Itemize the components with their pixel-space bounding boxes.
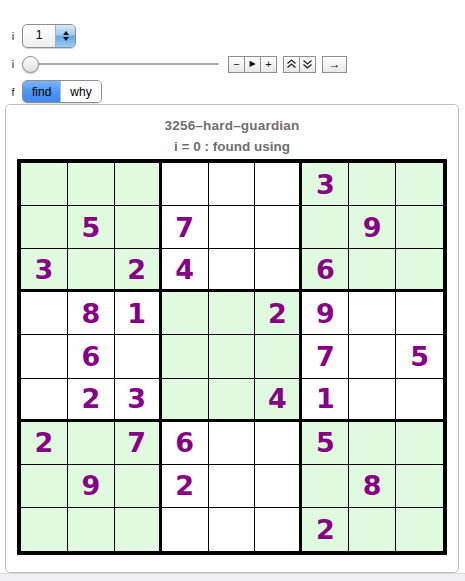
sudoku-cell-r5c7: 7: [302, 335, 349, 378]
sudoku-cell-r1c3: [115, 163, 162, 206]
sudoku-cell-r2c1: [21, 206, 68, 249]
mode-label: f: [10, 86, 16, 98]
faster-button[interactable]: [283, 56, 300, 73]
i-slider[interactable]: [22, 56, 219, 73]
sudoku-cell-r5c8: [349, 335, 396, 378]
sudoku-cell-r9c5: [209, 508, 256, 551]
why-button[interactable]: why: [60, 81, 100, 102]
sudoku-cell-r2c2: 5: [68, 206, 115, 249]
sudoku-cell-r5c4: [162, 335, 209, 378]
sudoku-cell-r7c8: [349, 422, 396, 465]
sudoku-cell-r5c1: [21, 335, 68, 378]
sudoku-cell-r9c8: [349, 508, 396, 551]
sudoku-cell-r8c2: 9: [68, 465, 115, 508]
sudoku-cell-r6c9: [396, 379, 443, 422]
sudoku-cell-r1c6: [255, 163, 302, 206]
sudoku-cell-r8c7: [302, 465, 349, 508]
sudoku-cell-r6c4: [162, 379, 209, 422]
sudoku-cell-r8c9: [396, 465, 443, 508]
iteration-dropdown-row: i 1: [10, 25, 76, 47]
sudoku-cell-r1c7: 3: [302, 163, 349, 206]
sudoku-cell-r5c3: [115, 335, 162, 378]
direction-button-group: →: [322, 56, 346, 73]
dropdown-stepper-icon[interactable]: [55, 25, 75, 47]
sudoku-cell-r8c8: 8: [349, 465, 396, 508]
sudoku-cell-r1c4: [162, 163, 209, 206]
sudoku-cell-r3c3: 2: [115, 249, 162, 292]
puzzle-title: 3256–hard–guardian: [6, 118, 458, 133]
direction-button[interactable]: →: [322, 56, 347, 73]
right-arrow-icon: →: [329, 58, 341, 70]
slider-thumb[interactable]: [22, 56, 39, 73]
sudoku-cell-r2c9: [396, 206, 443, 249]
sudoku-cell-r4c5: [209, 292, 256, 335]
sudoku-cell-r4c7: 9: [302, 292, 349, 335]
sudoku-cell-r7c1: 2: [21, 422, 68, 465]
sudoku-cell-r5c6: [255, 335, 302, 378]
sudoku-cell-r5c9: 5: [396, 335, 443, 378]
sudoku-cell-r3c1: 3: [21, 249, 68, 292]
sudoku-cell-r3c4: 4: [162, 249, 209, 292]
sudoku-cell-r3c5: [209, 249, 256, 292]
sudoku-cell-r4c4: [162, 292, 209, 335]
sudoku-cell-r1c5: [209, 163, 256, 206]
sudoku-cell-r3c8: [349, 249, 396, 292]
sudoku-cell-r3c2: [68, 249, 115, 292]
sudoku-cell-r6c5: [209, 379, 256, 422]
manipulate-app: i 1 i − ▶ +: [0, 0, 465, 581]
sudoku-cell-r4c2: 8: [68, 292, 115, 335]
sudoku-cell-r4c1: [21, 292, 68, 335]
sudoku-cell-r4c8: [349, 292, 396, 335]
sudoku-cell-r2c5: [209, 206, 256, 249]
step-back-button[interactable]: −: [228, 56, 245, 73]
sudoku-cell-r7c4: 6: [162, 422, 209, 465]
sudoku-cell-r6c1: [21, 379, 68, 422]
sudoku-cell-r1c2: [68, 163, 115, 206]
stepper-up-icon: [63, 31, 69, 35]
slider-track[interactable]: [22, 63, 219, 65]
sudoku-cell-r6c2: 2: [68, 379, 115, 422]
sudoku-board: 357932468129675234127659282: [17, 159, 447, 555]
step-forward-button[interactable]: +: [260, 56, 277, 73]
sudoku-cell-r9c3: [115, 508, 162, 551]
sudoku-cell-r9c1: [21, 508, 68, 551]
double-chevron-down-icon: [302, 59, 313, 69]
sudoku-cell-r6c6: 4: [255, 379, 302, 422]
sudoku-cell-r7c7: 5: [302, 422, 349, 465]
slower-button[interactable]: [299, 56, 316, 73]
sudoku-cell-r8c1: [21, 465, 68, 508]
dropdown-label: i: [10, 30, 16, 42]
sudoku-cell-r2c7: [302, 206, 349, 249]
sudoku-cell-r1c8: [349, 163, 396, 206]
mode-toggle: find why: [22, 80, 102, 103]
sudoku-cell-r2c4: 7: [162, 206, 209, 249]
stepper-down-icon: [63, 37, 69, 41]
sudoku-cell-r6c3: 3: [115, 379, 162, 422]
status-line: i = 0 : found using: [6, 139, 458, 154]
sudoku-cell-r4c6: 2: [255, 292, 302, 335]
page-bottom-strip: [0, 573, 465, 581]
sudoku-cell-r2c8: 9: [349, 206, 396, 249]
sudoku-cell-r9c4: [162, 508, 209, 551]
sudoku-cell-r2c3: [115, 206, 162, 249]
sudoku-cell-r9c9: [396, 508, 443, 551]
sudoku-cell-r6c8: [349, 379, 396, 422]
sudoku-cell-r1c9: [396, 163, 443, 206]
sudoku-cell-r7c3: 7: [115, 422, 162, 465]
sudoku-cell-r3c7: 6: [302, 249, 349, 292]
speed-button-group: [283, 56, 315, 73]
i-dropdown[interactable]: 1: [22, 24, 76, 48]
sudoku-cell-r8c5: [209, 465, 256, 508]
sudoku-cell-r3c9: [396, 249, 443, 292]
output-panel: 3256–hard–guardian i = 0 : found using 3…: [5, 104, 459, 573]
sudoku-cell-r7c2: [68, 422, 115, 465]
sudoku-cell-r8c4: 2: [162, 465, 209, 508]
sudoku-cell-r7c9: [396, 422, 443, 465]
sudoku-cell-r5c2: 6: [68, 335, 115, 378]
iteration-slider-row: i − ▶ + →: [10, 55, 353, 73]
sudoku-cell-r8c6: [255, 465, 302, 508]
sudoku-cell-r6c7: 1: [302, 379, 349, 422]
sudoku-cell-r9c2: [68, 508, 115, 551]
sudoku-cell-r1c1: [21, 163, 68, 206]
sudoku-cell-r8c3: [115, 465, 162, 508]
play-button[interactable]: ▶: [244, 56, 261, 73]
sudoku-cell-r7c6: [255, 422, 302, 465]
step-button-group: − ▶ +: [228, 56, 276, 73]
mode-toggle-row: f find why: [10, 81, 102, 102]
play-icon: ▶: [249, 60, 255, 68]
sudoku-cell-r4c9: [396, 292, 443, 335]
sudoku-cell-r5c5: [209, 335, 256, 378]
sudoku-cell-r9c7: 2: [302, 508, 349, 551]
slider-label: i: [10, 58, 16, 70]
sudoku-cell-r4c3: 1: [115, 292, 162, 335]
dropdown-value: 1: [23, 25, 55, 47]
find-button[interactable]: find: [23, 81, 60, 102]
double-chevron-up-icon: [286, 59, 297, 69]
sudoku-cell-r3c6: [255, 249, 302, 292]
sudoku-cell-r2c6: [255, 206, 302, 249]
sudoku-cell-r9c6: [255, 508, 302, 551]
sudoku-cell-r7c5: [209, 422, 256, 465]
